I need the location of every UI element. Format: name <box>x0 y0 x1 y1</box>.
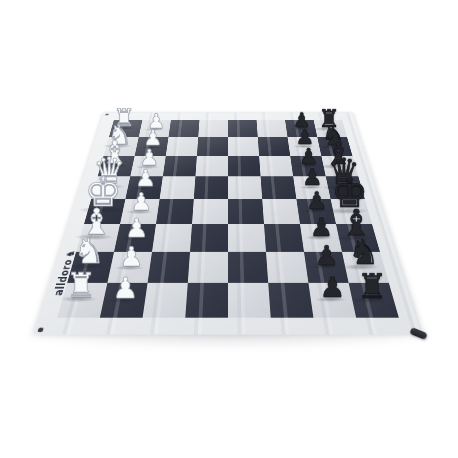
piece-black-pawn[interactable]: ♟ <box>315 242 339 269</box>
pawn-glyph: ♟ <box>302 166 323 189</box>
piece-black-rook[interactable]: ♜ <box>357 269 387 303</box>
square-e5[interactable] <box>228 199 264 224</box>
pawn-glyph: ♟ <box>119 243 143 270</box>
pawn-glyph: ♟ <box>125 215 148 241</box>
piece-black-pawn[interactable]: ♟ <box>320 273 346 302</box>
square-h5[interactable] <box>228 283 271 318</box>
square-f4[interactable] <box>190 224 228 252</box>
piece-white-knight[interactable]: ♞ <box>74 234 105 269</box>
square-f5[interactable] <box>228 224 266 252</box>
pawn-glyph: ♟ <box>310 214 333 240</box>
square-g5[interactable] <box>228 252 268 283</box>
square-a5[interactable] <box>228 120 258 137</box>
piece-white-pawn[interactable]: ♟ <box>135 167 156 190</box>
grommet-icon <box>38 328 44 332</box>
square-a6[interactable] <box>257 120 288 137</box>
piece-black-pawn[interactable]: ♟ <box>310 214 333 240</box>
square-b5[interactable] <box>228 137 259 156</box>
rook-glyph: ♜ <box>357 269 387 303</box>
pawn-glyph: ♟ <box>320 273 346 302</box>
square-e4[interactable] <box>192 199 228 224</box>
square-g4[interactable] <box>188 252 228 283</box>
product-photo-stage: alldoro ♞ ♜♟♟♜♞♟♟♞♝♟♟♝♛♟♟♛♚♟♟♚♝♟♟♝♞♟♟♞♜♟… <box>0 0 458 458</box>
piece-white-pawn[interactable]: ♟ <box>131 190 153 214</box>
piece-white-rook[interactable]: ♜ <box>66 268 96 302</box>
piece-white-pawn[interactable]: ♟ <box>125 215 148 241</box>
square-c4[interactable] <box>195 156 228 177</box>
rook-glyph: ♜ <box>66 268 96 302</box>
square-d6[interactable] <box>261 176 297 199</box>
square-h4[interactable] <box>185 283 228 318</box>
pawn-glyph: ♟ <box>112 274 138 303</box>
square-d3[interactable] <box>160 176 196 199</box>
knight-glyph: ♞ <box>348 235 379 270</box>
square-d4[interactable] <box>194 176 228 199</box>
piece-black-pawn[interactable]: ♟ <box>302 166 323 189</box>
square-e3[interactable] <box>156 199 194 224</box>
square-b4[interactable] <box>197 137 228 156</box>
square-g6[interactable] <box>266 252 308 283</box>
square-f3[interactable] <box>152 224 192 252</box>
pawn-glyph: ♟ <box>315 242 339 269</box>
square-f6[interactable] <box>264 224 304 252</box>
piece-white-pawn[interactable]: ♟ <box>112 274 138 303</box>
square-e6[interactable] <box>262 199 300 224</box>
knight-glyph: ♞ <box>74 234 105 269</box>
pawn-glyph: ♟ <box>131 190 153 214</box>
square-a4[interactable] <box>198 120 228 137</box>
grommet-icon <box>105 114 109 116</box>
square-d5[interactable] <box>228 176 262 199</box>
square-c5[interactable] <box>228 156 261 177</box>
pawn-glyph: ♟ <box>135 167 156 190</box>
piece-black-knight[interactable]: ♞ <box>348 235 379 270</box>
square-g3[interactable] <box>148 252 190 283</box>
square-b6[interactable] <box>258 137 290 156</box>
square-a3[interactable] <box>168 120 199 137</box>
piece-white-pawn[interactable]: ♟ <box>119 243 143 270</box>
square-c3[interactable] <box>163 156 197 177</box>
square-c6[interactable] <box>259 156 293 177</box>
square-h3[interactable] <box>143 283 188 318</box>
square-h6[interactable] <box>268 283 313 318</box>
square-b3[interactable] <box>166 137 198 156</box>
